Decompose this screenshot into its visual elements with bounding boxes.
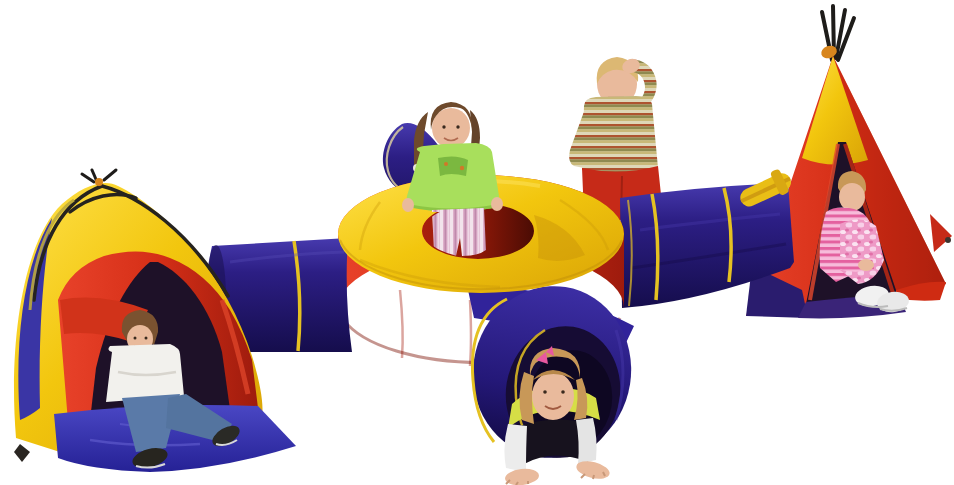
center-girl-eye-right <box>456 125 459 128</box>
crawl-girl-eye-right <box>561 390 565 394</box>
center-girl-face <box>432 108 470 148</box>
playset-photo <box>0 0 954 485</box>
teepee-pennant-tip <box>945 237 951 243</box>
center-girl-shirt-print <box>438 156 468 176</box>
dome-apex-knot <box>95 178 103 186</box>
boy-shirt <box>582 96 658 174</box>
center-girl-print-dot-1 <box>460 166 464 170</box>
center-girl-hand-left <box>402 198 414 212</box>
center-girl-print-dot-2 <box>444 162 448 166</box>
center-girl-hand-right <box>491 197 503 211</box>
center-girl-shirt <box>407 143 500 212</box>
crawl-girl-sleeve-right <box>576 418 597 464</box>
teepee-girl-face <box>839 183 865 211</box>
teepee-girl-hand <box>858 259 874 271</box>
crawl-girl-face <box>532 372 574 420</box>
dome-girl-eye-left <box>134 337 137 340</box>
crawl-girl-eye-left <box>543 390 547 394</box>
center-girl-eye-left <box>442 125 445 128</box>
crawl-girl-sleeve-left <box>504 424 527 472</box>
dome-girl-eye-right <box>145 337 148 340</box>
ring-sidewall-crease-2 <box>470 300 471 366</box>
